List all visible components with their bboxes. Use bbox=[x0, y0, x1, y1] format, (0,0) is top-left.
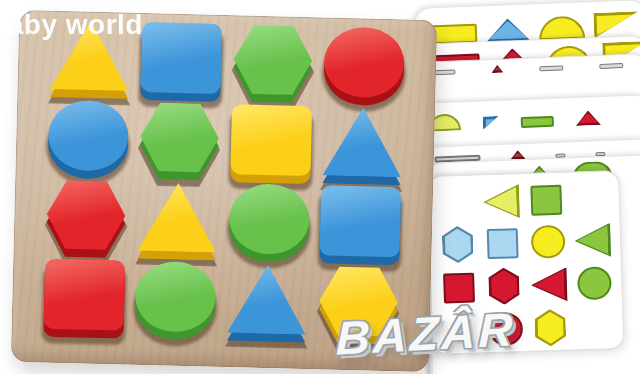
hexagon-fill bbox=[491, 270, 518, 303]
card-shape-green-circle bbox=[576, 266, 611, 300]
front-card-cell bbox=[436, 185, 476, 220]
piece-blue-square[interactable] bbox=[141, 25, 223, 97]
piece-blue-triangle[interactable] bbox=[322, 109, 404, 181]
product-photo-scene: Baby world BAZÂR bbox=[0, 0, 640, 374]
triangle-fill bbox=[513, 153, 523, 157]
piece-blue-triangle[interactable] bbox=[226, 266, 308, 338]
square-face bbox=[230, 104, 312, 176]
card-shape-yellow-circle bbox=[530, 225, 565, 259]
front-card-cell bbox=[573, 221, 613, 259]
piece-yellow-square[interactable] bbox=[230, 107, 312, 179]
front-card-cell bbox=[571, 181, 611, 216]
board-cell bbox=[43, 179, 128, 257]
hexagon-fill bbox=[444, 228, 471, 261]
right-triangle-fill bbox=[485, 119, 496, 127]
card-shape-yellow-right-triangle bbox=[593, 11, 639, 38]
piece-red-square[interactable] bbox=[43, 262, 125, 334]
board-cell bbox=[228, 104, 313, 182]
triangle-fill bbox=[494, 67, 501, 70]
hexagon-fill bbox=[537, 311, 564, 344]
piece-green-circle[interactable] bbox=[228, 187, 310, 259]
card-shape-green-triangle-left bbox=[574, 223, 611, 258]
board-cell bbox=[135, 181, 220, 259]
board-cell bbox=[224, 263, 309, 341]
front-card-cell bbox=[574, 264, 614, 302]
board-cell bbox=[230, 24, 315, 102]
piece-blue-square[interactable] bbox=[320, 189, 402, 261]
triangle-fill bbox=[488, 20, 528, 39]
front-card-cell bbox=[481, 184, 521, 219]
piece-red-circle[interactable] bbox=[324, 29, 406, 101]
card-shape-gray-dash bbox=[539, 65, 563, 71]
card-shape-red-hexagon bbox=[488, 267, 520, 305]
card-shape-red-triangle bbox=[575, 110, 601, 126]
front-card-cell bbox=[575, 307, 615, 345]
square-face bbox=[320, 186, 402, 258]
front-card-cell bbox=[530, 309, 570, 347]
card-shape-darkred-triangle bbox=[491, 65, 503, 73]
square-face bbox=[43, 259, 125, 331]
card-shape-lime-triangle-left bbox=[483, 184, 520, 219]
card-shape-skyblue-triangle bbox=[485, 18, 530, 43]
card-shape-green-square bbox=[530, 185, 562, 216]
card-shape-lightblue-hexagon bbox=[442, 226, 474, 264]
square-face bbox=[141, 22, 223, 94]
piece-green-hexagon[interactable] bbox=[232, 27, 314, 99]
front-card-cell bbox=[483, 224, 523, 262]
triangle-face bbox=[137, 181, 219, 253]
watermark-baby-world: Baby world bbox=[0, 9, 143, 41]
board-cell bbox=[226, 184, 311, 262]
piece-green-hexagon[interactable] bbox=[139, 105, 221, 177]
card-shape-gray-dash bbox=[599, 63, 623, 69]
watermark-bazar: BAZÂR bbox=[336, 301, 516, 366]
card-shape-yellow-semicircle bbox=[538, 15, 585, 40]
front-card-cell bbox=[484, 267, 524, 305]
board-cell bbox=[322, 26, 407, 104]
triangle-left-fill bbox=[485, 187, 517, 217]
card-shape-yellow-hexagon bbox=[534, 309, 566, 347]
card-shape-skyblue-right-triangle bbox=[483, 116, 499, 130]
right-triangle-fill bbox=[596, 14, 637, 36]
board-cell bbox=[137, 102, 222, 180]
triangle-fill bbox=[578, 113, 598, 124]
board-cell bbox=[318, 186, 403, 264]
triangle-left-fill bbox=[533, 270, 565, 300]
board-cell bbox=[41, 259, 126, 337]
board-cell bbox=[139, 22, 224, 100]
piece-blue-circle[interactable] bbox=[47, 102, 129, 174]
piece-green-circle[interactable] bbox=[135, 264, 217, 336]
card-shape-green-rect bbox=[521, 116, 554, 128]
front-card-cell bbox=[438, 225, 478, 263]
triangle-left-fill bbox=[577, 225, 609, 255]
card-shape-red-triangle-left bbox=[530, 267, 567, 302]
piece-red-hexagon[interactable] bbox=[45, 182, 127, 254]
front-card-cell bbox=[526, 183, 566, 218]
board-cell bbox=[45, 99, 130, 177]
board-cell bbox=[320, 106, 405, 184]
empty-slot bbox=[633, 176, 640, 177]
front-card-cell bbox=[439, 268, 479, 306]
piece-yellow-triangle[interactable] bbox=[137, 184, 219, 256]
triangle-face bbox=[322, 106, 404, 178]
front-card-cell bbox=[529, 266, 569, 304]
card-shape-red-square bbox=[443, 272, 475, 303]
card-shape-lightblue-square bbox=[487, 228, 519, 259]
front-card-cell bbox=[528, 223, 568, 261]
card-shape-darkred-triangle bbox=[510, 150, 525, 160]
board-cell bbox=[133, 261, 218, 339]
triangle-face bbox=[226, 263, 308, 335]
